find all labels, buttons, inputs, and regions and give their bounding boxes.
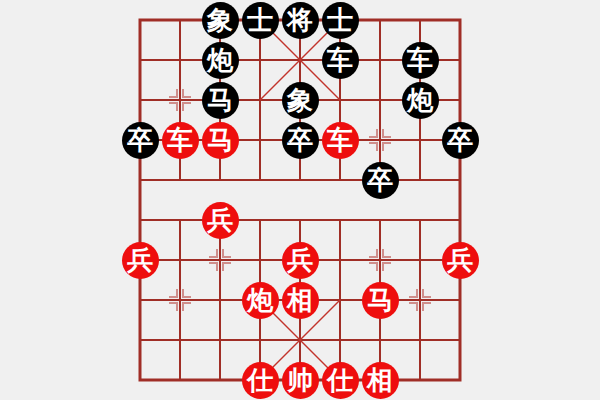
black-cannon[interactable]: 炮 [402,82,439,119]
black-pawn[interactable]: 卒 [362,162,399,199]
xiangqi-board: 象士将士炮车车马象炮卒车马卒车卒卒兵兵兵兵炮相马仕帅仕相 [0,0,600,400]
piece-layer[interactable]: 象士将士炮车车马象炮卒车马卒车卒卒兵兵兵兵炮相马仕帅仕相 [120,0,480,400]
red-chariot[interactable]: 车 [322,122,359,159]
red-elephant[interactable]: 相 [362,362,399,399]
red-general[interactable]: 帅 [282,362,319,399]
red-pawn[interactable]: 兵 [442,242,479,279]
black-pawn[interactable]: 卒 [122,122,159,159]
black-advisor[interactable]: 士 [242,2,279,39]
black-general[interactable]: 将 [282,2,319,39]
black-advisor[interactable]: 士 [322,2,359,39]
black-horse[interactable]: 马 [202,82,239,119]
black-chariot[interactable]: 车 [402,42,439,79]
black-elephant[interactable]: 象 [282,82,319,119]
red-cannon[interactable]: 炮 [242,282,279,319]
red-pawn[interactable]: 兵 [282,242,319,279]
red-pawn[interactable]: 兵 [202,202,239,239]
red-horse[interactable]: 马 [362,282,399,319]
black-elephant[interactable]: 象 [202,2,239,39]
black-pawn[interactable]: 卒 [442,122,479,159]
red-advisor[interactable]: 仕 [242,362,279,399]
red-chariot[interactable]: 车 [162,122,199,159]
red-elephant[interactable]: 相 [282,282,319,319]
black-pawn[interactable]: 卒 [282,122,319,159]
black-chariot[interactable]: 车 [322,42,359,79]
red-horse[interactable]: 马 [202,122,239,159]
black-cannon[interactable]: 炮 [202,42,239,79]
red-advisor[interactable]: 仕 [322,362,359,399]
red-pawn[interactable]: 兵 [122,242,159,279]
